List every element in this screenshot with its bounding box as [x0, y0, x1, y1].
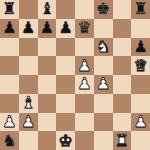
square-e6[interactable]: [75, 38, 94, 57]
square-a1[interactable]: ♞: [0, 131, 19, 150]
square-c7[interactable]: ♟: [38, 19, 57, 38]
square-f4[interactable]: ♟: [94, 75, 113, 94]
square-a7[interactable]: ♟: [0, 19, 19, 38]
square-b8[interactable]: [19, 0, 38, 19]
square-h4[interactable]: [131, 75, 150, 94]
square-d8[interactable]: [56, 0, 75, 19]
black-pawn: ♟: [58, 20, 72, 36]
black-rook: ♜: [133, 1, 147, 17]
white-king: ♚: [58, 132, 72, 148]
white-pawn: ♟: [77, 76, 91, 92]
chess-board: ♜♝♚♜♟♟♟♟♛♞♟♟♛♟♟♝♟♟♟♞♚♜: [0, 0, 150, 150]
square-h8[interactable]: ♜: [131, 0, 150, 19]
square-a8[interactable]: ♜: [0, 0, 19, 19]
white-pawn: ♟: [96, 76, 110, 92]
square-g7[interactable]: [113, 19, 132, 38]
black-queen: ♛: [77, 20, 91, 36]
square-d2[interactable]: [56, 113, 75, 132]
square-b5[interactable]: [19, 56, 38, 75]
square-h1[interactable]: [131, 131, 150, 150]
square-e1[interactable]: [75, 131, 94, 150]
square-c1[interactable]: [38, 131, 57, 150]
square-c5[interactable]: [38, 56, 57, 75]
square-b3[interactable]: ♝: [19, 94, 38, 113]
white-bishop: ♝: [21, 95, 35, 111]
black-bishop: ♝: [40, 1, 54, 17]
square-e3[interactable]: [75, 94, 94, 113]
square-d3[interactable]: [56, 94, 75, 113]
square-f2[interactable]: [94, 113, 113, 132]
black-pawn: ♟: [21, 20, 35, 36]
square-c6[interactable]: [38, 38, 57, 57]
square-g6[interactable]: [113, 38, 132, 57]
black-pawn: ♟: [2, 20, 16, 36]
square-f7[interactable]: [94, 19, 113, 38]
square-g2[interactable]: [113, 113, 132, 132]
square-d7[interactable]: ♟: [56, 19, 75, 38]
square-g3[interactable]: [113, 94, 132, 113]
square-b1[interactable]: [19, 131, 38, 150]
square-c2[interactable]: [38, 113, 57, 132]
white-queen: ♛: [133, 57, 147, 73]
square-d6[interactable]: [56, 38, 75, 57]
square-h6[interactable]: ♟: [131, 38, 150, 57]
square-e4[interactable]: ♟: [75, 75, 94, 94]
square-e8[interactable]: [75, 0, 94, 19]
square-c8[interactable]: ♝: [38, 0, 57, 19]
square-a3[interactable]: [0, 94, 19, 113]
white-pawn: ♟: [21, 113, 35, 129]
square-d5[interactable]: [56, 56, 75, 75]
white-pawn: ♟: [77, 57, 91, 73]
square-d1[interactable]: ♚: [56, 131, 75, 150]
black-knight: ♞: [2, 132, 16, 148]
square-a5[interactable]: [0, 56, 19, 75]
square-a2[interactable]: ♟: [0, 113, 19, 132]
square-b2[interactable]: ♟: [19, 113, 38, 132]
square-e2[interactable]: [75, 113, 94, 132]
black-pawn: ♟: [40, 20, 54, 36]
white-rook: ♜: [115, 132, 129, 148]
square-h5[interactable]: ♛: [131, 56, 150, 75]
square-b7[interactable]: ♟: [19, 19, 38, 38]
square-h2[interactable]: ♟: [131, 113, 150, 132]
square-f8[interactable]: ♚: [94, 0, 113, 19]
square-f1[interactable]: [94, 131, 113, 150]
white-pawn: ♟: [2, 113, 16, 129]
black-king: ♚: [96, 1, 110, 17]
square-g1[interactable]: ♜: [113, 131, 132, 150]
square-g5[interactable]: [113, 56, 132, 75]
white-knight: ♞: [96, 38, 110, 54]
square-a4[interactable]: [0, 75, 19, 94]
square-h3[interactable]: [131, 94, 150, 113]
square-b4[interactable]: [19, 75, 38, 94]
square-c4[interactable]: [38, 75, 57, 94]
square-d4[interactable]: [56, 75, 75, 94]
black-rook: ♜: [2, 1, 16, 17]
square-e7[interactable]: ♛: [75, 19, 94, 38]
square-f6[interactable]: ♞: [94, 38, 113, 57]
square-g4[interactable]: [113, 75, 132, 94]
square-f5[interactable]: [94, 56, 113, 75]
square-e5[interactable]: ♟: [75, 56, 94, 75]
square-c3[interactable]: [38, 94, 57, 113]
white-pawn: ♟: [133, 113, 147, 129]
square-f3[interactable]: [94, 94, 113, 113]
black-pawn: ♟: [133, 38, 147, 54]
square-g8[interactable]: [113, 0, 132, 19]
square-b6[interactable]: [19, 38, 38, 57]
square-h7[interactable]: [131, 19, 150, 38]
square-a6[interactable]: [0, 38, 19, 57]
